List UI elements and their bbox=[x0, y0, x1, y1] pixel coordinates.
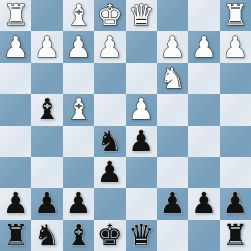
piece-white-bishop[interactable]: ♝ bbox=[65, 94, 91, 125]
piece-white-queen[interactable]: ♛ bbox=[128, 0, 154, 31]
piece-white-bishop[interactable]: ♝ bbox=[65, 0, 91, 31]
square-c1[interactable] bbox=[157, 0, 188, 31]
square-f6[interactable] bbox=[63, 157, 94, 188]
piece-black-king[interactable]: ♚ bbox=[97, 220, 123, 251]
square-g3[interactable] bbox=[31, 63, 62, 94]
piece-black-pawn[interactable]: ♟ bbox=[128, 126, 154, 157]
square-h5[interactable] bbox=[0, 126, 31, 157]
piece-white-pawn[interactable]: ♟ bbox=[191, 32, 217, 63]
piece-white-king[interactable]: ♚ bbox=[97, 0, 123, 31]
piece-black-knight[interactable]: ♞ bbox=[34, 220, 60, 251]
square-c8[interactable] bbox=[157, 220, 188, 251]
square-g1[interactable] bbox=[31, 0, 62, 31]
square-b2[interactable]: ♟ bbox=[188, 31, 219, 62]
square-g8[interactable]: ♞ bbox=[31, 220, 62, 251]
square-h8[interactable]: ♜ bbox=[0, 220, 31, 251]
square-g6[interactable] bbox=[31, 157, 62, 188]
square-d4[interactable]: ♟ bbox=[126, 94, 157, 125]
square-b4[interactable] bbox=[188, 94, 219, 125]
piece-black-pawn[interactable]: ♟ bbox=[65, 188, 91, 219]
piece-black-pawn[interactable]: ♟ bbox=[191, 188, 217, 219]
square-e7[interactable] bbox=[94, 188, 125, 219]
square-d5[interactable]: ♟ bbox=[126, 126, 157, 157]
square-a5[interactable] bbox=[220, 126, 251, 157]
square-b8[interactable] bbox=[188, 220, 219, 251]
piece-black-pawn[interactable]: ♟ bbox=[222, 188, 248, 219]
square-b6[interactable] bbox=[188, 157, 219, 188]
square-e6[interactable]: ♟ bbox=[94, 157, 125, 188]
chess-board: ♜♝♚♛♜♟♟♟♟♟♟♟♞♝♝♟♞♟♟♟♟♟♟♟♟♜♞♝♚♛♜ bbox=[0, 0, 251, 251]
square-c3[interactable]: ♞ bbox=[157, 63, 188, 94]
square-a2[interactable]: ♟ bbox=[220, 31, 251, 62]
piece-white-pawn[interactable]: ♟ bbox=[128, 94, 154, 125]
square-c4[interactable] bbox=[157, 94, 188, 125]
square-g4[interactable]: ♝ bbox=[31, 94, 62, 125]
square-e2[interactable]: ♟ bbox=[94, 31, 125, 62]
square-f3[interactable] bbox=[63, 63, 94, 94]
square-h6[interactable] bbox=[0, 157, 31, 188]
square-d8[interactable]: ♛ bbox=[126, 220, 157, 251]
piece-white-knight[interactable]: ♞ bbox=[160, 63, 186, 94]
square-g2[interactable]: ♟ bbox=[31, 31, 62, 62]
square-a3[interactable] bbox=[220, 63, 251, 94]
square-d1[interactable]: ♛ bbox=[126, 0, 157, 31]
square-b5[interactable] bbox=[188, 126, 219, 157]
square-e5[interactable]: ♞ bbox=[94, 126, 125, 157]
piece-white-pawn[interactable]: ♟ bbox=[97, 32, 123, 63]
piece-black-pawn[interactable]: ♟ bbox=[3, 188, 29, 219]
square-e3[interactable] bbox=[94, 63, 125, 94]
square-f7[interactable]: ♟ bbox=[63, 188, 94, 219]
square-a7[interactable]: ♟ bbox=[220, 188, 251, 219]
piece-black-knight[interactable]: ♞ bbox=[97, 126, 123, 157]
piece-black-rook[interactable]: ♜ bbox=[3, 220, 29, 251]
square-f8[interactable]: ♝ bbox=[63, 220, 94, 251]
square-d3[interactable] bbox=[126, 63, 157, 94]
square-g5[interactable] bbox=[31, 126, 62, 157]
square-f5[interactable] bbox=[63, 126, 94, 157]
square-h3[interactable] bbox=[0, 63, 31, 94]
square-a4[interactable] bbox=[220, 94, 251, 125]
piece-black-queen[interactable]: ♛ bbox=[128, 220, 154, 251]
square-a1[interactable]: ♜ bbox=[220, 0, 251, 31]
piece-white-rook[interactable]: ♜ bbox=[222, 0, 248, 31]
piece-black-pawn[interactable]: ♟ bbox=[160, 188, 186, 219]
square-g7[interactable]: ♟ bbox=[31, 188, 62, 219]
square-c5[interactable] bbox=[157, 126, 188, 157]
square-e4[interactable] bbox=[94, 94, 125, 125]
square-d2[interactable] bbox=[126, 31, 157, 62]
square-h2[interactable]: ♟ bbox=[0, 31, 31, 62]
piece-black-pawn[interactable]: ♟ bbox=[34, 188, 60, 219]
piece-black-rook[interactable]: ♜ bbox=[222, 220, 248, 251]
square-c6[interactable] bbox=[157, 157, 188, 188]
square-a8[interactable]: ♜ bbox=[220, 220, 251, 251]
square-d7[interactable] bbox=[126, 188, 157, 219]
piece-white-pawn[interactable]: ♟ bbox=[160, 32, 186, 63]
square-c2[interactable]: ♟ bbox=[157, 31, 188, 62]
square-f1[interactable]: ♝ bbox=[63, 0, 94, 31]
square-b3[interactable] bbox=[188, 63, 219, 94]
square-d6[interactable] bbox=[126, 157, 157, 188]
square-h4[interactable] bbox=[0, 94, 31, 125]
piece-black-bishop[interactable]: ♝ bbox=[34, 94, 60, 125]
piece-black-bishop[interactable]: ♝ bbox=[65, 220, 91, 251]
square-c7[interactable]: ♟ bbox=[157, 188, 188, 219]
piece-white-pawn[interactable]: ♟ bbox=[3, 32, 29, 63]
square-h7[interactable]: ♟ bbox=[0, 188, 31, 219]
piece-white-pawn[interactable]: ♟ bbox=[34, 32, 60, 63]
square-e1[interactable]: ♚ bbox=[94, 0, 125, 31]
piece-white-rook[interactable]: ♜ bbox=[3, 0, 29, 31]
square-a6[interactable] bbox=[220, 157, 251, 188]
square-f4[interactable]: ♝ bbox=[63, 94, 94, 125]
square-b7[interactable]: ♟ bbox=[188, 188, 219, 219]
square-f2[interactable]: ♟ bbox=[63, 31, 94, 62]
square-h1[interactable]: ♜ bbox=[0, 0, 31, 31]
square-e8[interactable]: ♚ bbox=[94, 220, 125, 251]
square-b1[interactable] bbox=[188, 0, 219, 31]
piece-black-pawn[interactable]: ♟ bbox=[97, 157, 123, 188]
piece-white-pawn[interactable]: ♟ bbox=[65, 32, 91, 63]
piece-white-pawn[interactable]: ♟ bbox=[222, 32, 248, 63]
